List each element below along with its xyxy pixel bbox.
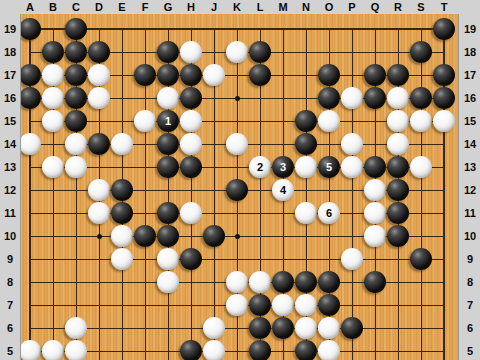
stone-white-O15 <box>318 110 340 132</box>
stone-black-R10 <box>387 225 409 247</box>
stone-white-J17 <box>203 64 225 86</box>
stone-black-D18 <box>88 41 110 63</box>
left-row-label-17: 17 <box>0 68 20 82</box>
stone-black-F10 <box>134 225 156 247</box>
stone-white-J6 <box>203 317 225 339</box>
stone-black-L17 <box>249 64 271 86</box>
stone-white-M7 <box>272 294 294 316</box>
stone-black-C17 <box>65 64 87 86</box>
stone-white-H11 <box>180 202 202 224</box>
stone-black-H17 <box>180 64 202 86</box>
column-label-J: J <box>204 1 224 13</box>
grid-line-col-P <box>352 28 353 360</box>
stone-black-K12 <box>226 179 248 201</box>
stone-white-C6 <box>65 317 87 339</box>
stone-black-R17 <box>387 64 409 86</box>
left-row-label-19: 19 <box>0 22 20 36</box>
stone-black-T16 <box>433 87 455 109</box>
stone-black-H13 <box>180 156 202 178</box>
stone-white-C5 <box>65 340 87 360</box>
stone-black-P6 <box>341 317 363 339</box>
stone-black-G17 <box>157 64 179 86</box>
stone-white-A14 <box>19 133 41 155</box>
stone-black-E11 <box>111 202 133 224</box>
stone-black-O13: 5 <box>318 156 340 178</box>
stone-black-A19 <box>19 18 41 40</box>
stone-white-B16 <box>42 87 64 109</box>
stone-black-H5 <box>180 340 202 360</box>
left-row-label-7: 7 <box>0 298 20 312</box>
left-row-label-16: 16 <box>0 91 20 105</box>
grid-line-row-5 <box>29 351 445 352</box>
grid-line-row-19 <box>29 28 445 30</box>
stone-black-G13 <box>157 156 179 178</box>
left-row-labels-gutter: 1918171615141312111098765 <box>0 14 21 360</box>
stone-black-C18 <box>65 41 87 63</box>
right-row-label-14: 14 <box>459 137 480 151</box>
right-row-label-5: 5 <box>459 344 480 358</box>
stone-black-Q8 <box>364 271 386 293</box>
stone-white-E10 <box>111 225 133 247</box>
stone-black-Q16 <box>364 87 386 109</box>
stone-white-R15 <box>387 110 409 132</box>
stone-black-L7 <box>249 294 271 316</box>
stone-white-A5 <box>19 340 41 360</box>
stone-white-K18 <box>226 41 248 63</box>
stone-black-Q17 <box>364 64 386 86</box>
stone-black-F17 <box>134 64 156 86</box>
stone-black-G14 <box>157 133 179 155</box>
stone-white-E14 <box>111 133 133 155</box>
stone-white-L8 <box>249 271 271 293</box>
stone-black-A16 <box>19 87 41 109</box>
stone-white-N7 <box>295 294 317 316</box>
stone-white-M12: 4 <box>272 179 294 201</box>
stone-white-P16 <box>341 87 363 109</box>
stone-white-O6 <box>318 317 340 339</box>
right-row-label-18: 18 <box>459 45 480 59</box>
column-label-K: K <box>227 1 247 13</box>
stone-black-C19 <box>65 18 87 40</box>
stone-white-T15 <box>433 110 455 132</box>
stone-black-S16 <box>410 87 432 109</box>
stone-white-C13 <box>65 156 87 178</box>
column-label-H: H <box>181 1 201 13</box>
stone-white-B17 <box>42 64 64 86</box>
star-point-K10 <box>235 234 240 239</box>
stone-black-B18 <box>42 41 64 63</box>
stone-black-R12 <box>387 179 409 201</box>
column-labels-gutter: ABCDEFGHJKLMNOPQRST <box>0 0 480 14</box>
star-point-K16 <box>235 96 240 101</box>
right-row-label-17: 17 <box>459 68 480 82</box>
column-label-L: L <box>250 1 270 13</box>
stone-white-J5 <box>203 340 225 360</box>
stone-black-G18 <box>157 41 179 63</box>
stone-black-S18 <box>410 41 432 63</box>
right-row-label-6: 6 <box>459 321 480 335</box>
stone-black-O8 <box>318 271 340 293</box>
grid-line-col-S <box>421 28 422 360</box>
stone-black-T19 <box>433 18 455 40</box>
stone-white-K8 <box>226 271 248 293</box>
left-row-label-13: 13 <box>0 160 20 174</box>
right-row-labels-gutter: 1918171615141312111098765 <box>458 14 480 360</box>
stone-white-B5 <box>42 340 64 360</box>
right-row-label-19: 19 <box>459 22 480 36</box>
stone-white-O11: 6 <box>318 202 340 224</box>
stone-black-Q13 <box>364 156 386 178</box>
go-app-window: ABCDEFGHJKLMNOPQRST 19181716151413121110… <box>0 0 480 360</box>
stone-white-N11 <box>295 202 317 224</box>
stone-black-A17 <box>19 64 41 86</box>
left-row-label-9: 9 <box>0 252 20 266</box>
stone-white-H14 <box>180 133 202 155</box>
right-row-label-12: 12 <box>459 183 480 197</box>
stone-black-H9 <box>180 248 202 270</box>
stone-black-G10 <box>157 225 179 247</box>
stone-white-R14 <box>387 133 409 155</box>
stone-black-D14 <box>88 133 110 155</box>
stone-black-C15 <box>65 110 87 132</box>
stone-black-T17 <box>433 64 455 86</box>
stone-white-P9 <box>341 248 363 270</box>
stone-white-F15 <box>134 110 156 132</box>
column-label-R: R <box>388 1 408 13</box>
stone-white-D17 <box>88 64 110 86</box>
stone-black-H16 <box>180 87 202 109</box>
stone-black-N5 <box>295 340 317 360</box>
stone-white-K14 <box>226 133 248 155</box>
stone-white-P13 <box>341 156 363 178</box>
column-label-M: M <box>273 1 293 13</box>
column-label-E: E <box>112 1 132 13</box>
left-row-label-11: 11 <box>0 206 20 220</box>
stone-white-R16 <box>387 87 409 109</box>
column-label-T: T <box>434 1 454 13</box>
stone-black-G11 <box>157 202 179 224</box>
stone-black-R11 <box>387 202 409 224</box>
stone-black-M8 <box>272 271 294 293</box>
stone-black-N15 <box>295 110 317 132</box>
right-row-label-9: 9 <box>459 252 480 266</box>
column-label-Q: Q <box>365 1 385 13</box>
stone-black-E12 <box>111 179 133 201</box>
stone-white-H18 <box>180 41 202 63</box>
column-label-D: D <box>89 1 109 13</box>
stone-black-M6 <box>272 317 294 339</box>
column-label-S: S <box>411 1 431 13</box>
right-row-label-13: 13 <box>459 160 480 174</box>
left-row-label-8: 8 <box>0 275 20 289</box>
right-row-label-11: 11 <box>459 206 480 220</box>
stone-black-L5 <box>249 340 271 360</box>
stone-white-B15 <box>42 110 64 132</box>
column-label-P: P <box>342 1 362 13</box>
stone-white-O5 <box>318 340 340 360</box>
stone-black-M13: 3 <box>272 156 294 178</box>
left-row-label-14: 14 <box>0 137 20 151</box>
stone-black-L6 <box>249 317 271 339</box>
left-row-label-12: 12 <box>0 183 20 197</box>
stone-black-O16 <box>318 87 340 109</box>
stone-black-C16 <box>65 87 87 109</box>
stone-black-R13 <box>387 156 409 178</box>
stone-black-L18 <box>249 41 271 63</box>
grid-line-row-9 <box>29 259 445 260</box>
left-row-label-5: 5 <box>0 344 20 358</box>
stone-black-O17 <box>318 64 340 86</box>
stone-white-G8 <box>157 271 179 293</box>
stone-white-L13: 2 <box>249 156 271 178</box>
column-label-C: C <box>66 1 86 13</box>
left-row-label-6: 6 <box>0 321 20 335</box>
stone-white-D16 <box>88 87 110 109</box>
stone-white-C14 <box>65 133 87 155</box>
stone-black-N8 <box>295 271 317 293</box>
stone-black-O7 <box>318 294 340 316</box>
left-row-label-10: 10 <box>0 229 20 243</box>
stone-white-P14 <box>341 133 363 155</box>
column-label-N: N <box>296 1 316 13</box>
stone-black-J10 <box>203 225 225 247</box>
left-row-label-15: 15 <box>0 114 20 128</box>
column-label-G: G <box>158 1 178 13</box>
right-row-label-10: 10 <box>459 229 480 243</box>
column-label-F: F <box>135 1 155 13</box>
stone-white-D11 <box>88 202 110 224</box>
stone-white-Q10 <box>364 225 386 247</box>
right-row-label-15: 15 <box>459 114 480 128</box>
stone-white-B13 <box>42 156 64 178</box>
stone-white-N13 <box>295 156 317 178</box>
go-board[interactable]: 123546 <box>20 14 458 360</box>
column-label-O: O <box>319 1 339 13</box>
right-row-label-16: 16 <box>459 91 480 105</box>
stone-white-S15 <box>410 110 432 132</box>
stone-white-G16 <box>157 87 179 109</box>
grid-line-row-6 <box>29 328 445 329</box>
stone-black-G15: 1 <box>157 110 179 132</box>
stone-white-H15 <box>180 110 202 132</box>
grid-line-row-15 <box>29 121 445 122</box>
stone-white-S13 <box>410 156 432 178</box>
column-label-B: B <box>43 1 63 13</box>
right-row-label-8: 8 <box>459 275 480 289</box>
stone-white-Q11 <box>364 202 386 224</box>
column-label-A: A <box>20 1 40 13</box>
star-point-D10 <box>97 234 102 239</box>
stone-white-N6 <box>295 317 317 339</box>
stone-white-G9 <box>157 248 179 270</box>
stone-white-K7 <box>226 294 248 316</box>
stone-white-D12 <box>88 179 110 201</box>
stone-white-E9 <box>111 248 133 270</box>
stone-black-N14 <box>295 133 317 155</box>
left-row-label-18: 18 <box>0 45 20 59</box>
stone-white-Q12 <box>364 179 386 201</box>
stone-black-S9 <box>410 248 432 270</box>
right-row-label-7: 7 <box>459 298 480 312</box>
